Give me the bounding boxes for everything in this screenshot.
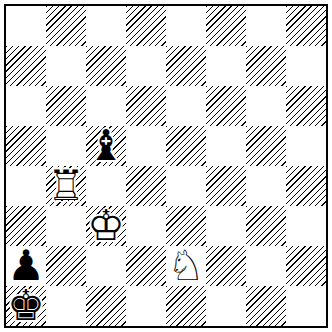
square-h8[interactable]: [286, 6, 326, 46]
square-e5[interactable]: [166, 126, 206, 166]
board-frame: ♝♜♖♚♔♟♞♘♚: [4, 4, 328, 328]
square-h6[interactable]: [286, 86, 326, 126]
square-g8[interactable]: [246, 6, 286, 46]
square-g7[interactable]: [246, 46, 286, 86]
square-f3[interactable]: [206, 206, 246, 246]
square-a2[interactable]: ♟: [6, 246, 46, 286]
square-b2[interactable]: [46, 246, 86, 286]
black-king: ♚: [6, 286, 46, 326]
square-a5[interactable]: [6, 126, 46, 166]
white-knight-glyph-outline: ♘: [167, 246, 205, 286]
white-rook-glyph-outline: ♖: [47, 166, 85, 206]
square-b1[interactable]: [46, 286, 86, 326]
square-d8[interactable]: [126, 6, 166, 46]
square-e1[interactable]: [166, 286, 206, 326]
chess-diagram-page: ♝♜♖♚♔♟♞♘♚: [0, 0, 332, 332]
square-g4[interactable]: [246, 166, 286, 206]
square-h7[interactable]: [286, 46, 326, 86]
square-h5[interactable]: [286, 126, 326, 166]
black-king-glyph: ♚: [7, 286, 45, 326]
white-knight-glyph-fill: ♞: [167, 246, 205, 286]
white-rook-glyph-fill: ♜: [47, 166, 85, 206]
square-c4[interactable]: [86, 166, 126, 206]
square-c1[interactable]: [86, 286, 126, 326]
square-c7[interactable]: [86, 46, 126, 86]
square-d6[interactable]: [126, 86, 166, 126]
square-g1[interactable]: [246, 286, 286, 326]
black-pawn: ♟: [6, 246, 46, 286]
black-bishop-glyph: ♝: [87, 126, 125, 166]
square-a4[interactable]: [6, 166, 46, 206]
square-d2[interactable]: [126, 246, 166, 286]
square-c3[interactable]: ♚♔: [86, 206, 126, 246]
square-b6[interactable]: [46, 86, 86, 126]
square-e8[interactable]: [166, 6, 206, 46]
square-g5[interactable]: [246, 126, 286, 166]
square-f2[interactable]: [206, 246, 246, 286]
square-g2[interactable]: [246, 246, 286, 286]
square-f7[interactable]: [206, 46, 246, 86]
square-a7[interactable]: [6, 46, 46, 86]
black-pawn-glyph: ♟: [7, 246, 45, 286]
square-f6[interactable]: [206, 86, 246, 126]
square-h2[interactable]: [286, 246, 326, 286]
square-d3[interactable]: [126, 206, 166, 246]
square-c5[interactable]: ♝: [86, 126, 126, 166]
square-a1[interactable]: ♚: [6, 286, 46, 326]
white-king: ♚♔: [86, 206, 126, 246]
square-e6[interactable]: [166, 86, 206, 126]
square-g3[interactable]: [246, 206, 286, 246]
square-e2[interactable]: ♞♘: [166, 246, 206, 286]
square-c2[interactable]: [86, 246, 126, 286]
square-f1[interactable]: [206, 286, 246, 326]
square-h1[interactable]: [286, 286, 326, 326]
square-a8[interactable]: [6, 6, 46, 46]
square-a6[interactable]: [6, 86, 46, 126]
square-b4[interactable]: ♜♖: [46, 166, 86, 206]
white-knight: ♞♘: [166, 246, 206, 286]
square-d1[interactable]: [126, 286, 166, 326]
white-king-glyph-fill: ♚: [87, 206, 125, 246]
square-h4[interactable]: [286, 166, 326, 206]
black-bishop: ♝: [86, 126, 126, 166]
square-b8[interactable]: [46, 6, 86, 46]
square-b7[interactable]: [46, 46, 86, 86]
square-h3[interactable]: [286, 206, 326, 246]
square-g6[interactable]: [246, 86, 286, 126]
chess-board: ♝♜♖♚♔♟♞♘♚: [6, 6, 326, 326]
square-b3[interactable]: [46, 206, 86, 246]
square-e4[interactable]: [166, 166, 206, 206]
square-a3[interactable]: [6, 206, 46, 246]
square-c8[interactable]: [86, 6, 126, 46]
square-b5[interactable]: [46, 126, 86, 166]
square-f4[interactable]: [206, 166, 246, 206]
square-f5[interactable]: [206, 126, 246, 166]
white-king-glyph-outline: ♔: [87, 206, 125, 246]
square-e3[interactable]: [166, 206, 206, 246]
square-d4[interactable]: [126, 166, 166, 206]
square-d5[interactable]: [126, 126, 166, 166]
white-rook: ♜♖: [46, 166, 86, 206]
square-c6[interactable]: [86, 86, 126, 126]
square-e7[interactable]: [166, 46, 206, 86]
square-d7[interactable]: [126, 46, 166, 86]
square-f8[interactable]: [206, 6, 246, 46]
